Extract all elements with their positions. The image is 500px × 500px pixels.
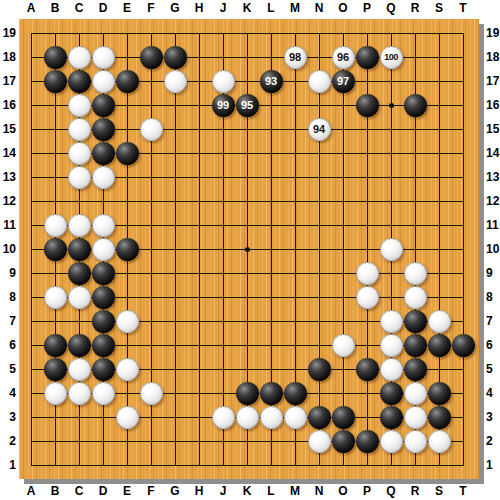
stone-Q4[interactable] — [380, 382, 403, 405]
coord-label-bottom-S: S — [427, 484, 451, 498]
coord-label-right-14: 14 — [486, 146, 500, 160]
go-game-screen: 98961009397999594 AABBCCDDEEFFGGHHJJKKLL… — [0, 0, 500, 500]
coord-label-left-8: 8 — [0, 290, 16, 304]
stone-D15[interactable] — [92, 118, 115, 141]
stone-R8[interactable] — [404, 286, 427, 309]
stone-D4[interactable] — [92, 382, 115, 405]
stone-R5[interactable] — [404, 358, 427, 381]
stone-D13[interactable] — [92, 166, 115, 189]
coord-label-top-L: L — [259, 1, 283, 15]
stone-J3[interactable] — [212, 406, 235, 429]
stone-L17[interactable]: 93 — [260, 70, 283, 93]
coord-label-right-3: 3 — [486, 410, 500, 424]
coord-label-top-N: N — [307, 1, 331, 15]
stone-S4[interactable] — [428, 382, 451, 405]
coord-label-left-6: 6 — [0, 338, 16, 352]
coord-label-bottom-H: H — [187, 484, 211, 498]
stone-B10[interactable] — [44, 238, 67, 261]
coord-label-bottom-K: K — [235, 484, 259, 498]
stone-R2[interactable] — [404, 430, 427, 453]
coord-label-left-14: 14 — [0, 146, 16, 160]
stone-N2[interactable] — [308, 430, 331, 453]
stone-C6[interactable] — [68, 334, 91, 357]
stone-Q3[interactable] — [380, 406, 403, 429]
coord-label-top-S: S — [427, 1, 451, 15]
stone-C11[interactable] — [68, 214, 91, 237]
coord-label-top-K: K — [235, 1, 259, 15]
stone-E7[interactable] — [116, 310, 139, 333]
coord-label-top-M: M — [283, 1, 307, 15]
coord-label-left-7: 7 — [0, 314, 16, 328]
coord-label-top-E: E — [115, 1, 139, 15]
stone-C8[interactable] — [68, 286, 91, 309]
move-number-label: 94 — [313, 124, 325, 135]
coord-label-bottom-O: O — [331, 484, 355, 498]
stone-K4[interactable] — [236, 382, 259, 405]
stone-R7[interactable] — [404, 310, 427, 333]
stone-K16[interactable]: 95 — [236, 94, 259, 117]
move-number-label: 98 — [289, 52, 301, 63]
coord-label-right-6: 6 — [486, 338, 500, 352]
star-point-K10 — [245, 247, 250, 252]
stone-L3[interactable] — [260, 406, 283, 429]
coord-label-right-11: 11 — [486, 218, 500, 232]
coord-label-bottom-A: A — [19, 484, 43, 498]
stone-R6[interactable] — [404, 334, 427, 357]
coord-label-right-9: 9 — [486, 266, 500, 280]
stone-S6[interactable] — [428, 334, 451, 357]
coord-label-top-H: H — [187, 1, 211, 15]
stone-R9[interactable] — [404, 262, 427, 285]
coord-label-right-4: 4 — [486, 386, 500, 400]
coord-label-right-15: 15 — [486, 122, 500, 136]
stone-D11[interactable] — [92, 214, 115, 237]
stone-N5[interactable] — [308, 358, 331, 381]
stone-K3[interactable] — [236, 406, 259, 429]
stone-G18[interactable] — [164, 46, 187, 69]
stone-C17[interactable] — [68, 70, 91, 93]
coord-label-top-P: P — [355, 1, 379, 15]
stone-D14[interactable] — [92, 142, 115, 165]
coord-label-bottom-E: E — [115, 484, 139, 498]
stone-P18[interactable] — [356, 46, 379, 69]
coord-label-left-15: 15 — [0, 122, 16, 136]
stone-E5[interactable] — [116, 358, 139, 381]
stone-Q2[interactable] — [380, 430, 403, 453]
coord-label-left-1: 1 — [0, 458, 16, 472]
coord-label-left-2: 2 — [0, 434, 16, 448]
stone-L4[interactable] — [260, 382, 283, 405]
coord-label-right-5: 5 — [486, 362, 500, 376]
stone-R3[interactable] — [404, 406, 427, 429]
coord-label-top-R: R — [403, 1, 427, 15]
coord-label-bottom-T: T — [451, 484, 475, 498]
stone-P5[interactable] — [356, 358, 379, 381]
stone-O6[interactable] — [332, 334, 355, 357]
coord-label-right-2: 2 — [486, 434, 500, 448]
move-number-label: 96 — [337, 52, 349, 63]
coord-label-top-J: J — [211, 1, 235, 15]
stone-D8[interactable] — [92, 286, 115, 309]
stone-C4[interactable] — [68, 382, 91, 405]
star-point-Q16 — [389, 103, 394, 108]
coord-label-right-13: 13 — [486, 170, 500, 184]
stone-D5[interactable] — [92, 358, 115, 381]
stone-Q10[interactable] — [380, 238, 403, 261]
stone-D10[interactable] — [92, 238, 115, 261]
stone-O18[interactable]: 96 — [332, 46, 355, 69]
coord-label-right-10: 10 — [486, 242, 500, 256]
stone-B5[interactable] — [44, 358, 67, 381]
coord-label-left-18: 18 — [0, 50, 16, 64]
stone-C13[interactable] — [68, 166, 91, 189]
coord-label-bottom-M: M — [283, 484, 307, 498]
coord-label-right-16: 16 — [486, 98, 500, 112]
coord-label-left-16: 16 — [0, 98, 16, 112]
stone-O17[interactable]: 97 — [332, 70, 355, 93]
stone-B17[interactable] — [44, 70, 67, 93]
coord-label-bottom-Q: Q — [379, 484, 403, 498]
grid-line-vertical — [463, 33, 464, 466]
move-number-label: 99 — [217, 100, 229, 111]
stone-D17[interactable] — [92, 70, 115, 93]
coord-label-top-G: G — [163, 1, 187, 15]
stone-E10[interactable] — [116, 238, 139, 261]
move-number-label: 95 — [241, 100, 253, 111]
coord-label-left-10: 10 — [0, 242, 16, 256]
stone-P2[interactable] — [356, 430, 379, 453]
stone-C14[interactable] — [68, 142, 91, 165]
coord-label-bottom-C: C — [67, 484, 91, 498]
stone-C16[interactable] — [68, 94, 91, 117]
stone-F18[interactable] — [140, 46, 163, 69]
stone-D18[interactable] — [92, 46, 115, 69]
stone-N3[interactable] — [308, 406, 331, 429]
coord-label-top-T: T — [451, 1, 475, 15]
coord-label-bottom-L: L — [259, 484, 283, 498]
stone-Q5[interactable] — [380, 358, 403, 381]
stone-S7[interactable] — [428, 310, 451, 333]
coord-label-left-5: 5 — [0, 362, 16, 376]
stone-R4[interactable] — [404, 382, 427, 405]
coord-label-left-11: 11 — [0, 218, 16, 232]
coord-label-bottom-D: D — [91, 484, 115, 498]
stone-C10[interactable] — [68, 238, 91, 261]
stone-C9[interactable] — [68, 262, 91, 285]
coord-label-left-4: 4 — [0, 386, 16, 400]
stone-N17[interactable] — [308, 70, 331, 93]
coord-label-top-A: A — [19, 1, 43, 15]
stone-F15[interactable] — [140, 118, 163, 141]
stone-P16[interactable] — [356, 94, 379, 117]
coord-label-bottom-N: N — [307, 484, 331, 498]
stone-B18[interactable] — [44, 46, 67, 69]
stone-S2[interactable] — [428, 430, 451, 453]
stone-C15[interactable] — [68, 118, 91, 141]
stone-R16[interactable] — [404, 94, 427, 117]
stone-C18[interactable] — [68, 46, 91, 69]
stone-C5[interactable] — [68, 358, 91, 381]
coord-label-left-9: 9 — [0, 266, 16, 280]
stone-O2[interactable] — [332, 430, 355, 453]
move-number-label: 93 — [265, 76, 277, 87]
stone-F4[interactable] — [140, 382, 163, 405]
coord-label-left-3: 3 — [0, 410, 16, 424]
grid-line-horizontal — [31, 465, 464, 466]
move-number-label: 97 — [337, 76, 349, 87]
stone-D6[interactable] — [92, 334, 115, 357]
coord-label-top-D: D — [91, 1, 115, 15]
stone-Q6[interactable] — [380, 334, 403, 357]
coord-label-left-12: 12 — [0, 194, 16, 208]
stone-J17[interactable] — [212, 70, 235, 93]
coord-label-bottom-J: J — [211, 484, 235, 498]
coord-label-bottom-B: B — [43, 484, 67, 498]
stone-E17[interactable] — [116, 70, 139, 93]
stone-D9[interactable] — [92, 262, 115, 285]
coord-label-right-19: 19 — [486, 26, 500, 40]
coord-label-right-18: 18 — [486, 50, 500, 64]
coord-label-bottom-F: F — [139, 484, 163, 498]
coord-label-top-F: F — [139, 1, 163, 15]
stone-E3[interactable] — [116, 406, 139, 429]
coord-label-right-1: 1 — [486, 458, 500, 472]
coord-label-top-Q: Q — [379, 1, 403, 15]
coord-label-left-13: 13 — [0, 170, 16, 184]
stone-B4[interactable] — [44, 382, 67, 405]
coord-label-left-17: 17 — [0, 74, 16, 88]
move-number-label: 100 — [384, 53, 398, 62]
stone-O3[interactable] — [332, 406, 355, 429]
stone-D16[interactable] — [92, 94, 115, 117]
coord-label-bottom-R: R — [403, 484, 427, 498]
stone-G17[interactable] — [164, 70, 187, 93]
stone-M18[interactable]: 98 — [284, 46, 307, 69]
stone-D7[interactable] — [92, 310, 115, 333]
coord-label-right-7: 7 — [486, 314, 500, 328]
stone-Q7[interactable] — [380, 310, 403, 333]
coord-label-right-17: 17 — [486, 74, 500, 88]
coord-label-bottom-G: G — [163, 484, 187, 498]
grid-line-vertical — [319, 33, 320, 466]
coord-label-top-C: C — [67, 1, 91, 15]
coord-label-top-B: B — [43, 1, 67, 15]
stone-M3[interactable] — [284, 406, 307, 429]
stone-Q18[interactable]: 100 — [380, 46, 403, 69]
go-board[interactable]: 98961009397999594 — [19, 19, 479, 479]
coord-label-bottom-P: P — [355, 484, 379, 498]
stone-E14[interactable] — [116, 142, 139, 165]
coord-label-top-O: O — [331, 1, 355, 15]
stone-B11[interactable] — [44, 214, 67, 237]
grid-line-vertical — [343, 33, 344, 466]
stone-P9[interactable] — [356, 262, 379, 285]
stone-T6[interactable] — [452, 334, 475, 357]
stone-M4[interactable] — [284, 382, 307, 405]
stone-S3[interactable] — [428, 406, 451, 429]
stone-N15[interactable]: 94 — [308, 118, 331, 141]
stone-J16[interactable]: 99 — [212, 94, 235, 117]
stone-B6[interactable] — [44, 334, 67, 357]
coord-label-left-19: 19 — [0, 26, 16, 40]
coord-label-right-12: 12 — [486, 194, 500, 208]
stone-B8[interactable] — [44, 286, 67, 309]
coord-label-right-8: 8 — [486, 290, 500, 304]
stone-P8[interactable] — [356, 286, 379, 309]
